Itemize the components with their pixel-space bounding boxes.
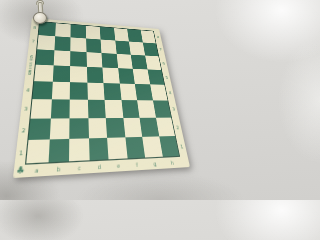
square-c2[interactable] [69,118,88,139]
square-d5[interactable] [87,67,104,83]
square-d8[interactable] [85,26,100,40]
square-d4[interactable] [87,83,105,100]
square-a5[interactable] [34,65,53,82]
brand-text: CHESS [27,62,33,76]
file-label-f: f [127,159,147,171]
square-e1[interactable] [107,137,127,159]
square-d1[interactable] [89,138,109,160]
square-b1[interactable] [48,139,69,162]
square-a6[interactable] [36,49,54,65]
file-label-g: g [145,158,164,170]
file-label-d: d [89,160,109,173]
photo-background: 87654321 87654321 abcdefgh CHESS ♔ ♣ [0,0,200,200]
square-e4[interactable] [103,83,121,100]
square-c3[interactable] [70,100,88,119]
crown-icon: ♔ [28,57,34,62]
square-a4[interactable] [32,81,52,99]
square-d7[interactable] [86,38,102,53]
square-e2[interactable] [106,118,125,138]
hook-suction-disc [33,12,47,24]
square-b5[interactable] [52,65,70,82]
square-b3[interactable] [50,99,69,118]
file-label-h: h [163,157,182,169]
vinyl-board-sheet: 87654321 87654321 abcdefgh CHESS ♔ ♣ [13,18,190,178]
square-a1[interactable] [26,139,49,163]
square-c1[interactable] [69,138,89,161]
square-c8[interactable] [70,24,85,38]
file-label-b: b [47,162,69,175]
square-e5[interactable] [102,67,119,83]
rank-label-7-left: 7 [28,34,37,49]
square-b7[interactable] [54,36,70,51]
square-e6[interactable] [101,53,117,68]
square-e7[interactable] [101,39,117,53]
file-label-a: a [25,164,48,178]
square-d2[interactable] [88,118,107,138]
square-b6[interactable] [53,50,70,66]
square-e8[interactable] [100,27,115,41]
rank-label-3-left: 3 [20,99,31,119]
square-a3[interactable] [31,99,52,119]
square-b8[interactable] [55,23,71,37]
square-a7[interactable] [37,35,55,50]
file-label-e: e [109,160,129,172]
square-c7[interactable] [70,37,86,52]
square-c4[interactable] [70,82,88,100]
square-b4[interactable] [51,82,70,100]
rank-label-8-right: 8 [154,31,163,44]
square-e3[interactable] [105,100,123,118]
square-b2[interactable] [49,118,69,139]
square-c6[interactable] [70,51,86,67]
square-d6[interactable] [86,52,102,67]
file-label-c: c [69,161,90,174]
square-c5[interactable] [70,66,87,83]
corner-emblem-icon: ♣ [14,163,26,178]
chessboard: 87654321 87654321 abcdefgh CHESS ♔ ♣ [0,0,200,200]
square-a8[interactable] [39,22,56,36]
square-a2[interactable] [28,119,50,140]
square-d3[interactable] [87,100,105,119]
